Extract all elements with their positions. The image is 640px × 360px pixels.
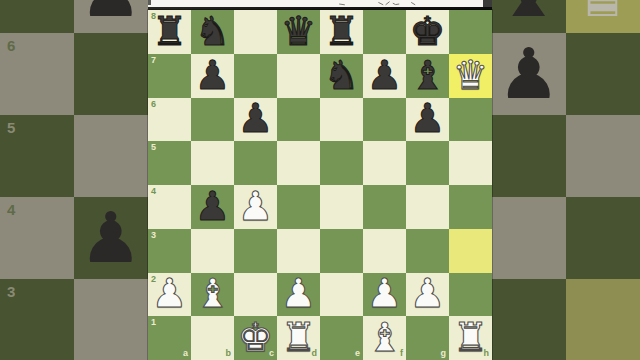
square-g1[interactable]: g xyxy=(406,316,449,360)
piece-black-rook[interactable]: ♜ xyxy=(324,11,360,51)
bg-rank-label-5: 5 xyxy=(7,120,15,135)
rank-label-6: 6 xyxy=(151,100,156,109)
rank-label-1: 1 xyxy=(151,318,156,327)
square-d3[interactable] xyxy=(277,229,320,273)
bg-square-g5 xyxy=(492,115,566,197)
rank-label-5: 5 xyxy=(151,143,156,152)
square-b3[interactable] xyxy=(191,229,234,273)
bg-square-a4: 4 xyxy=(0,197,74,279)
piece-black-king[interactable]: ♚ xyxy=(410,11,446,51)
ink-blot xyxy=(148,0,151,5)
bg-square-a7 xyxy=(0,0,74,33)
square-g5[interactable] xyxy=(406,141,449,185)
square-e6[interactable] xyxy=(320,98,363,142)
square-g7[interactable]: ♝ xyxy=(406,54,449,98)
square-c6[interactable]: ♟ xyxy=(234,98,277,142)
bg-piece-black-pawn: ♟ xyxy=(74,197,148,279)
square-c4[interactable]: ♟ xyxy=(234,185,277,229)
piece-black-knight[interactable]: ♞ xyxy=(195,11,231,51)
square-b6[interactable] xyxy=(191,98,234,142)
file-label-a: a xyxy=(183,349,188,358)
square-a5[interactable]: 5 xyxy=(148,141,191,185)
bg-square-b3 xyxy=(74,279,148,360)
bg-square-g3 xyxy=(492,279,566,360)
piece-black-pawn[interactable]: ♟ xyxy=(195,55,231,95)
square-h7[interactable]: ♛ xyxy=(449,54,492,98)
square-g8[interactable]: ♚ xyxy=(406,10,449,54)
piece-white-pawn[interactable]: ♟ xyxy=(152,273,188,313)
background-board-left: ♟654♟3 xyxy=(0,0,148,360)
square-f5[interactable] xyxy=(363,141,406,185)
piece-white-pawn[interactable]: ♟ xyxy=(238,186,274,226)
square-a4[interactable]: 4 xyxy=(148,185,191,229)
bg-piece-black-pawn: ♟ xyxy=(492,33,566,115)
bg-rank-label-6: 6 xyxy=(7,38,15,53)
square-e1[interactable]: e xyxy=(320,316,363,360)
square-a1[interactable]: 1a xyxy=(148,316,191,360)
square-c8[interactable] xyxy=(234,10,277,54)
piece-black-bishop[interactable]: ♝ xyxy=(410,55,446,95)
chess-board: 8♜♞♛♜♚7♟♞♟♝♛6♟♟54♟♟32♟♝♟♟♟1abc♚d♜ef♝gh♜ xyxy=(148,10,492,360)
video-frame: ♟654♟3 ♝♛♟ 8♜♞♛♜♚7♟♞♟♝♛6♟♟54♟♟32♟♝♟♟♟1ab… xyxy=(0,0,640,360)
square-c3[interactable] xyxy=(234,229,277,273)
bg-square-a5: 5 xyxy=(0,115,74,197)
square-h3[interactable] xyxy=(449,229,492,273)
piece-black-pawn[interactable]: ♟ xyxy=(367,55,403,95)
square-e3[interactable] xyxy=(320,229,363,273)
square-g4[interactable] xyxy=(406,185,449,229)
bg-square-a3: 3 xyxy=(0,279,74,360)
bg-square-g7: ♝ xyxy=(492,0,566,33)
piece-black-rook[interactable]: ♜ xyxy=(152,11,188,51)
piece-white-pawn[interactable]: ♟ xyxy=(281,273,317,313)
square-f7[interactable]: ♟ xyxy=(363,54,406,98)
square-e7[interactable]: ♞ xyxy=(320,54,363,98)
bg-square-h4 xyxy=(566,197,640,279)
square-h2[interactable] xyxy=(449,273,492,317)
square-f8[interactable] xyxy=(363,10,406,54)
square-a2[interactable]: 2♟ xyxy=(148,273,191,317)
bg-rank-label-3: 3 xyxy=(7,284,15,299)
bg-square-a6: 6 xyxy=(0,33,74,115)
piece-white-bishop[interactable]: ♝ xyxy=(367,317,403,357)
bg-square-h3 xyxy=(566,279,640,360)
square-f4[interactable] xyxy=(363,185,406,229)
bg-square-h6 xyxy=(566,33,640,115)
piece-white-pawn[interactable]: ♟ xyxy=(367,273,403,313)
square-d8[interactable]: ♛ xyxy=(277,10,320,54)
square-a3[interactable]: 3 xyxy=(148,229,191,273)
square-c7[interactable] xyxy=(234,54,277,98)
piece-black-pawn[interactable]: ♟ xyxy=(238,98,274,138)
bg-square-g4 xyxy=(492,197,566,279)
bg-rank-label-4: 4 xyxy=(7,202,15,217)
square-g6[interactable]: ♟ xyxy=(406,98,449,142)
background-board-right: ♝♛♟ xyxy=(492,0,640,360)
square-e4[interactable] xyxy=(320,185,363,229)
bg-piece-black-bishop: ♝ xyxy=(492,0,566,33)
square-h6[interactable] xyxy=(449,98,492,142)
piece-white-pawn[interactable]: ♟ xyxy=(410,273,446,313)
square-e5[interactable] xyxy=(320,141,363,185)
square-c1[interactable]: c♚ xyxy=(234,316,277,360)
piece-black-queen[interactable]: ♛ xyxy=(281,11,317,51)
file-label-b: b xyxy=(226,349,232,358)
square-f6[interactable] xyxy=(363,98,406,142)
square-c2[interactable] xyxy=(234,273,277,317)
square-d4[interactable] xyxy=(277,185,320,229)
square-g3[interactable] xyxy=(406,229,449,273)
file-label-e: e xyxy=(355,349,360,358)
bg-square-b6 xyxy=(74,33,148,115)
square-b1[interactable]: b xyxy=(191,316,234,360)
square-h4[interactable] xyxy=(449,185,492,229)
square-b7[interactable]: ♟ xyxy=(191,54,234,98)
rank-label-7: 7 xyxy=(151,56,156,65)
square-c5[interactable] xyxy=(234,141,277,185)
square-e2[interactable] xyxy=(320,273,363,317)
square-b8[interactable]: ♞ xyxy=(191,10,234,54)
square-b4[interactable]: ♟ xyxy=(191,185,234,229)
piece-white-king[interactable]: ♚ xyxy=(238,317,274,357)
square-e8[interactable]: ♜ xyxy=(320,10,363,54)
square-f3[interactable] xyxy=(363,229,406,273)
bg-piece-black-pawn: ♟ xyxy=(74,0,148,33)
bg-square-b7: ♟ xyxy=(74,0,148,33)
piece-black-pawn[interactable]: ♟ xyxy=(195,186,231,226)
square-f2[interactable]: ♟ xyxy=(363,273,406,317)
piece-black-knight[interactable]: ♞ xyxy=(324,55,360,95)
bg-square-h5 xyxy=(566,115,640,197)
bg-square-h7: ♛ xyxy=(566,0,640,33)
square-d7[interactable] xyxy=(277,54,320,98)
file-label-g: g xyxy=(441,349,447,358)
square-d5[interactable] xyxy=(277,141,320,185)
square-f1[interactable]: f♝ xyxy=(363,316,406,360)
rank-label-4: 4 xyxy=(151,187,156,196)
square-a8[interactable]: 8♜ xyxy=(148,10,191,54)
bg-piece-white-queen: ♛ xyxy=(566,0,640,33)
square-a7[interactable]: 7 xyxy=(148,54,191,98)
square-d2[interactable]: ♟ xyxy=(277,273,320,317)
square-h5[interactable] xyxy=(449,141,492,185)
bg-square-b4: ♟ xyxy=(74,197,148,279)
rank-label-3: 3 xyxy=(151,231,156,240)
square-b2[interactable]: ♝ xyxy=(191,273,234,317)
square-b5[interactable] xyxy=(191,141,234,185)
piece-white-rook[interactable]: ♜ xyxy=(281,317,317,357)
piece-black-pawn[interactable]: ♟ xyxy=(410,98,446,138)
bg-square-b5 xyxy=(74,115,148,197)
square-d1[interactable]: d♜ xyxy=(277,316,320,360)
piece-white-queen[interactable]: ♛ xyxy=(453,55,489,95)
square-h1[interactable]: h♜ xyxy=(449,316,492,360)
square-h8[interactable] xyxy=(449,10,492,54)
square-g2[interactable]: ♟ xyxy=(406,273,449,317)
square-d6[interactable] xyxy=(277,98,320,142)
bg-square-g6: ♟ xyxy=(492,33,566,115)
piece-white-bishop[interactable]: ♝ xyxy=(195,273,231,313)
square-a6[interactable]: 6 xyxy=(148,98,191,142)
piece-white-rook[interactable]: ♜ xyxy=(453,317,489,357)
